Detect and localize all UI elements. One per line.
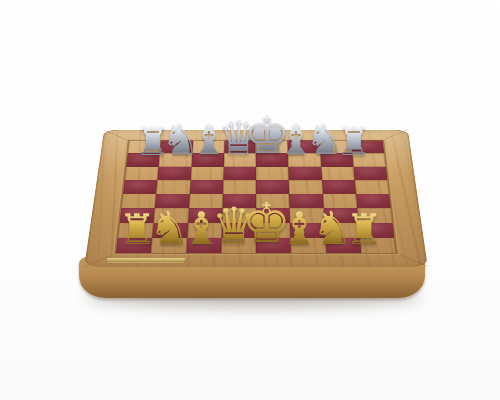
- square-c2[interactable]: [187, 223, 222, 238]
- square-e6[interactable]: [256, 167, 289, 181]
- frame-miter-joint: [104, 130, 130, 141]
- square-d8[interactable]: [224, 140, 256, 153]
- square-c4[interactable]: [189, 194, 223, 208]
- frame-miter-joint: [382, 130, 408, 141]
- square-e4[interactable]: [256, 194, 290, 208]
- square-c7[interactable]: [191, 153, 224, 166]
- square-f1[interactable]: [291, 238, 326, 253]
- square-f3[interactable]: [290, 208, 325, 223]
- square-g2[interactable]: [324, 223, 359, 238]
- square-b8[interactable]: [160, 140, 193, 153]
- square-h8[interactable]: [351, 140, 384, 153]
- square-e7[interactable]: [256, 153, 288, 166]
- square-c6[interactable]: [190, 167, 223, 181]
- square-a6[interactable]: [125, 167, 159, 181]
- square-g1[interactable]: [325, 238, 361, 253]
- square-g6[interactable]: [321, 167, 355, 181]
- square-h7[interactable]: [352, 153, 386, 166]
- square-a4[interactable]: [121, 194, 156, 208]
- square-b4[interactable]: [155, 194, 190, 208]
- frame-miter-joint: [396, 253, 428, 267]
- square-d2[interactable]: [221, 223, 256, 238]
- square-d1[interactable]: [221, 238, 256, 253]
- square-a5[interactable]: [123, 180, 157, 194]
- square-h4[interactable]: [356, 194, 391, 208]
- square-f5[interactable]: [289, 180, 323, 194]
- square-f6[interactable]: [288, 167, 321, 181]
- square-a3[interactable]: [120, 208, 155, 223]
- board-squares-grid: [116, 140, 396, 253]
- square-g8[interactable]: [319, 140, 352, 153]
- square-b5[interactable]: [156, 180, 190, 194]
- square-b1[interactable]: [151, 238, 187, 253]
- chess-board: [84, 130, 427, 267]
- square-b7[interactable]: [159, 153, 192, 166]
- square-e8[interactable]: [256, 140, 288, 153]
- square-h3[interactable]: [357, 208, 392, 223]
- square-d7[interactable]: [224, 153, 256, 166]
- square-h2[interactable]: [358, 223, 394, 238]
- square-f2[interactable]: [290, 223, 325, 238]
- square-e3[interactable]: [256, 208, 290, 223]
- square-a8[interactable]: [128, 140, 161, 153]
- square-f4[interactable]: [289, 194, 323, 208]
- square-e1[interactable]: [256, 238, 291, 253]
- square-h6[interactable]: [353, 167, 387, 181]
- square-g5[interactable]: [322, 180, 356, 194]
- square-d3[interactable]: [222, 208, 256, 223]
- square-e5[interactable]: [256, 180, 289, 194]
- square-h5[interactable]: [355, 180, 389, 194]
- square-h1[interactable]: [360, 238, 396, 253]
- square-b3[interactable]: [154, 208, 189, 223]
- square-g4[interactable]: [322, 194, 357, 208]
- square-a1[interactable]: [116, 238, 152, 253]
- square-c5[interactable]: [190, 180, 224, 194]
- chess-set-photo: ♜♞♝♛♚♝♞♜♜♞♝♛♚♝♞♜: [0, 0, 500, 400]
- square-d5[interactable]: [223, 180, 256, 194]
- square-d6[interactable]: [223, 167, 256, 181]
- square-a2[interactable]: [118, 223, 154, 238]
- square-f7[interactable]: [288, 153, 321, 166]
- brass-plaque: [106, 258, 185, 263]
- square-e2[interactable]: [256, 223, 291, 238]
- square-c3[interactable]: [188, 208, 223, 223]
- square-d4[interactable]: [222, 194, 256, 208]
- square-g3[interactable]: [323, 208, 358, 223]
- square-b2[interactable]: [152, 223, 187, 238]
- square-b6[interactable]: [157, 167, 191, 181]
- square-a7[interactable]: [126, 153, 160, 166]
- square-c8[interactable]: [192, 140, 224, 153]
- square-c1[interactable]: [186, 238, 221, 253]
- square-g7[interactable]: [320, 153, 353, 166]
- square-f8[interactable]: [288, 140, 320, 153]
